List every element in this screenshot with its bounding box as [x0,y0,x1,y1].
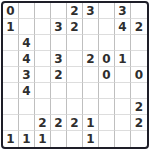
grid-cell[interactable] [131,83,147,99]
grid-cell[interactable] [67,51,83,67]
puzzle-board: 023313242443201320042222121111 [1,1,149,149]
grid-cell[interactable] [115,35,131,51]
grid-cell[interactable] [35,3,51,19]
grid-cell[interactable]: 4 [115,19,131,35]
clue-number: 4 [118,21,126,33]
grid-cell[interactable]: 0 [131,67,147,83]
clue-number: 0 [102,53,110,65]
clue-number: 2 [135,117,143,129]
clue-number: 1 [6,21,14,33]
grid-cell[interactable] [99,3,115,19]
grid-cell[interactable]: 1 [115,51,131,67]
grid-cell[interactable] [35,67,51,83]
grid-cell[interactable]: 4 [19,51,35,67]
grid-cell[interactable]: 3 [51,51,67,67]
grid-cell[interactable] [35,35,51,51]
grid-cell[interactable] [3,115,19,131]
grid-cell[interactable] [83,35,99,51]
grid-cell[interactable] [115,99,131,115]
grid-cell[interactable] [35,19,51,35]
clue-number: 2 [135,21,143,33]
grid-cell[interactable]: 0 [99,51,115,67]
grid-cell[interactable]: 3 [83,3,99,19]
clue-number: 1 [86,133,94,145]
grid-cell[interactable] [67,35,83,51]
clue-number: 3 [22,69,30,81]
grid-cell[interactable] [131,131,147,147]
grid-cell[interactable] [3,67,19,83]
grid-cell[interactable] [51,35,67,51]
clue-number: 3 [54,53,62,65]
grid-cell[interactable]: 1 [83,115,99,131]
clue-number: 2 [54,117,62,129]
grid-cell[interactable] [131,35,147,51]
grid-cell[interactable] [19,3,35,19]
grid-cell[interactable] [3,83,19,99]
grid-cell[interactable]: 2 [51,115,67,131]
grid-cell[interactable]: 4 [19,35,35,51]
grid-cell[interactable] [131,51,147,67]
grid-cell[interactable]: 1 [35,131,51,147]
grid-cell[interactable] [115,67,131,83]
grid-cell[interactable] [19,115,35,131]
clue-number: 2 [86,53,94,65]
grid-cell[interactable] [99,19,115,35]
grid-cell[interactable] [115,115,131,131]
clue-number: 2 [135,101,143,113]
grid-cell[interactable] [35,83,51,99]
clue-number: 1 [86,117,94,129]
clue-number: 4 [22,37,30,49]
grid-cell[interactable]: 3 [19,67,35,83]
grid-cell[interactable] [83,83,99,99]
clue-number: 2 [70,117,78,129]
grid-cell[interactable] [3,51,19,67]
grid-cell[interactable]: 2 [131,19,147,35]
clue-number: 3 [86,5,94,17]
grid-cell[interactable]: 2 [51,67,67,83]
grid-cell[interactable] [67,131,83,147]
grid-cell[interactable] [67,67,83,83]
grid-cell[interactable]: 1 [83,131,99,147]
grid-cell[interactable] [67,83,83,99]
grid-cell[interactable] [99,35,115,51]
clue-number: 3 [54,21,62,33]
clue-number: 1 [118,53,126,65]
clue-number: 2 [70,5,78,17]
grid-cell[interactable]: 2 [131,115,147,131]
clue-number: 2 [38,117,46,129]
clue-number: 0 [102,69,110,81]
grid-cell[interactable] [131,3,147,19]
grid-cell[interactable] [83,19,99,35]
grid-cell[interactable]: 2 [67,19,83,35]
grid-cell[interactable]: 0 [3,3,19,19]
clue-number: 1 [6,133,14,145]
grid-cell[interactable]: 3 [115,3,131,19]
grid-cell[interactable]: 2 [83,51,99,67]
grid-cell[interactable] [3,99,19,115]
grid-cell[interactable] [99,99,115,115]
grid-cell[interactable] [83,99,99,115]
grid-cell[interactable] [99,83,115,99]
clue-number: 2 [70,21,78,33]
grid-cell[interactable] [67,99,83,115]
clue-number: 4 [22,53,30,65]
grid-cell[interactable]: 1 [3,19,19,35]
grid-cell[interactable] [99,131,115,147]
grid-cell[interactable] [51,3,67,19]
grid-cell[interactable]: 2 [131,99,147,115]
grid-cell[interactable]: 4 [19,83,35,99]
clue-number: 3 [118,5,126,17]
grid-cell[interactable] [51,99,67,115]
grid-cell[interactable] [99,115,115,131]
grid-cell[interactable] [51,83,67,99]
grid-cell[interactable]: 1 [3,131,19,147]
grid-cell[interactable]: 2 [67,3,83,19]
grid-cell[interactable] [3,35,19,51]
clue-number: 4 [22,85,30,97]
grid-cell[interactable]: 1 [19,131,35,147]
grid-cell[interactable] [35,51,51,67]
grid-cell[interactable] [51,131,67,147]
grid-cell[interactable]: 2 [35,115,51,131]
grid-cell[interactable] [19,19,35,35]
grid-cell[interactable]: 0 [99,67,115,83]
clue-number: 1 [38,133,46,145]
grid-cell[interactable] [115,131,131,147]
grid-cell[interactable]: 3 [51,19,67,35]
grid-cell[interactable] [19,99,35,115]
grid-cell[interactable] [83,67,99,83]
grid-cell[interactable] [115,83,131,99]
clue-number: 0 [135,69,143,81]
grid-cell[interactable]: 2 [67,115,83,131]
clue-number: 0 [6,5,14,17]
grid-cell[interactable] [35,99,51,115]
clue-number: 2 [54,69,62,81]
clue-number: 1 [22,133,30,145]
